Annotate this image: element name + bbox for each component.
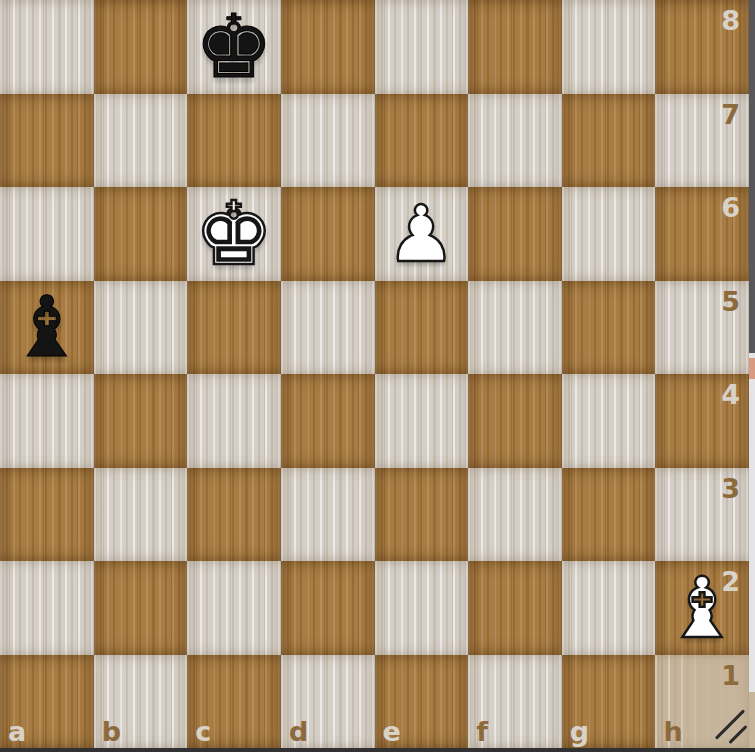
- resize-grip-line: [728, 725, 747, 744]
- file-label-a: a: [8, 718, 26, 745]
- window-bottom-edge: [0, 748, 755, 752]
- square-d4[interactable]: [281, 374, 375, 468]
- square-g6[interactable]: [562, 187, 656, 281]
- square-f1[interactable]: f: [468, 655, 562, 749]
- square-a1[interactable]: a: [0, 655, 94, 749]
- square-f4[interactable]: [468, 374, 562, 468]
- rank-label-7: 7: [721, 101, 740, 128]
- square-e4[interactable]: [375, 374, 469, 468]
- square-c2[interactable]: [187, 561, 281, 655]
- square-a5[interactable]: ♝: [0, 281, 94, 375]
- scrollbar-thumb[interactable]: [749, 0, 755, 353]
- file-label-c: c: [195, 718, 211, 745]
- file-label-h: h: [663, 718, 682, 745]
- file-label-d: d: [289, 718, 308, 745]
- square-b3[interactable]: [94, 468, 188, 562]
- square-d1[interactable]: d: [281, 655, 375, 749]
- black-king[interactable]: ♚: [195, 3, 274, 91]
- square-h6[interactable]: 6: [655, 187, 749, 281]
- square-b6[interactable]: [94, 187, 188, 281]
- square-c1[interactable]: c: [187, 655, 281, 749]
- square-a6[interactable]: [0, 187, 94, 281]
- chess-app-window: ♚87♚♟6♝5432♝abcdefg1h: [0, 0, 755, 752]
- square-h8[interactable]: 8: [655, 0, 749, 94]
- chess-board: ♚87♚♟6♝5432♝abcdefg1h: [0, 0, 749, 748]
- rank-label-3: 3: [721, 475, 740, 502]
- square-b4[interactable]: [94, 374, 188, 468]
- square-a7[interactable]: [0, 94, 94, 188]
- square-g3[interactable]: [562, 468, 656, 562]
- square-b7[interactable]: [94, 94, 188, 188]
- file-label-g: g: [570, 718, 589, 745]
- rank-label-5: 5: [721, 288, 740, 315]
- square-a8[interactable]: [0, 0, 94, 94]
- square-c3[interactable]: [187, 468, 281, 562]
- square-g1[interactable]: g: [562, 655, 656, 749]
- square-g8[interactable]: [562, 0, 656, 94]
- white-pawn[interactable]: ♟: [386, 195, 456, 273]
- square-h2[interactable]: 2♝: [655, 561, 749, 655]
- square-b5[interactable]: [94, 281, 188, 375]
- square-f6[interactable]: [468, 187, 562, 281]
- square-d3[interactable]: [281, 468, 375, 562]
- resize-grip-line: [715, 709, 745, 739]
- square-d5[interactable]: [281, 281, 375, 375]
- square-g2[interactable]: [562, 561, 656, 655]
- rank-label-6: 6: [721, 194, 740, 221]
- square-b8[interactable]: [94, 0, 188, 94]
- rank-label-4: 4: [721, 381, 740, 408]
- square-f5[interactable]: [468, 281, 562, 375]
- file-label-e: e: [383, 718, 401, 745]
- square-a3[interactable]: [0, 468, 94, 562]
- square-g7[interactable]: [562, 94, 656, 188]
- rank-label-2: 2: [721, 568, 740, 595]
- square-f3[interactable]: [468, 468, 562, 562]
- rank-label-1: 1: [721, 662, 740, 689]
- square-c5[interactable]: [187, 281, 281, 375]
- file-label-f: f: [476, 718, 488, 745]
- scrollbar-track[interactable]: [749, 0, 755, 752]
- square-e2[interactable]: [375, 561, 469, 655]
- square-e3[interactable]: [375, 468, 469, 562]
- square-d6[interactable]: [281, 187, 375, 281]
- square-e7[interactable]: [375, 94, 469, 188]
- square-c8[interactable]: ♚: [187, 0, 281, 94]
- square-e6[interactable]: ♟: [375, 187, 469, 281]
- square-e8[interactable]: [375, 0, 469, 94]
- square-a2[interactable]: [0, 561, 94, 655]
- square-c6[interactable]: ♚: [187, 187, 281, 281]
- square-g4[interactable]: [562, 374, 656, 468]
- square-e5[interactable]: [375, 281, 469, 375]
- square-c4[interactable]: [187, 374, 281, 468]
- black-bishop[interactable]: ♝: [9, 285, 84, 369]
- scrollbar-marker: [749, 358, 755, 379]
- square-a4[interactable]: [0, 374, 94, 468]
- square-b1[interactable]: b: [94, 655, 188, 749]
- square-e1[interactable]: e: [375, 655, 469, 749]
- square-f7[interactable]: [468, 94, 562, 188]
- square-d7[interactable]: [281, 94, 375, 188]
- square-h3[interactable]: 3: [655, 468, 749, 562]
- square-h5[interactable]: 5: [655, 281, 749, 375]
- square-c7[interactable]: [187, 94, 281, 188]
- square-f2[interactable]: [468, 561, 562, 655]
- file-label-b: b: [102, 718, 121, 745]
- square-h7[interactable]: 7: [655, 94, 749, 188]
- white-king[interactable]: ♚: [195, 190, 274, 278]
- square-d8[interactable]: [281, 0, 375, 94]
- square-f8[interactable]: [468, 0, 562, 94]
- square-b2[interactable]: [94, 561, 188, 655]
- resize-grip-icon[interactable]: [710, 705, 752, 745]
- rank-label-8: 8: [721, 7, 740, 34]
- square-d2[interactable]: [281, 561, 375, 655]
- square-h4[interactable]: 4: [655, 374, 749, 468]
- square-g5[interactable]: [562, 281, 656, 375]
